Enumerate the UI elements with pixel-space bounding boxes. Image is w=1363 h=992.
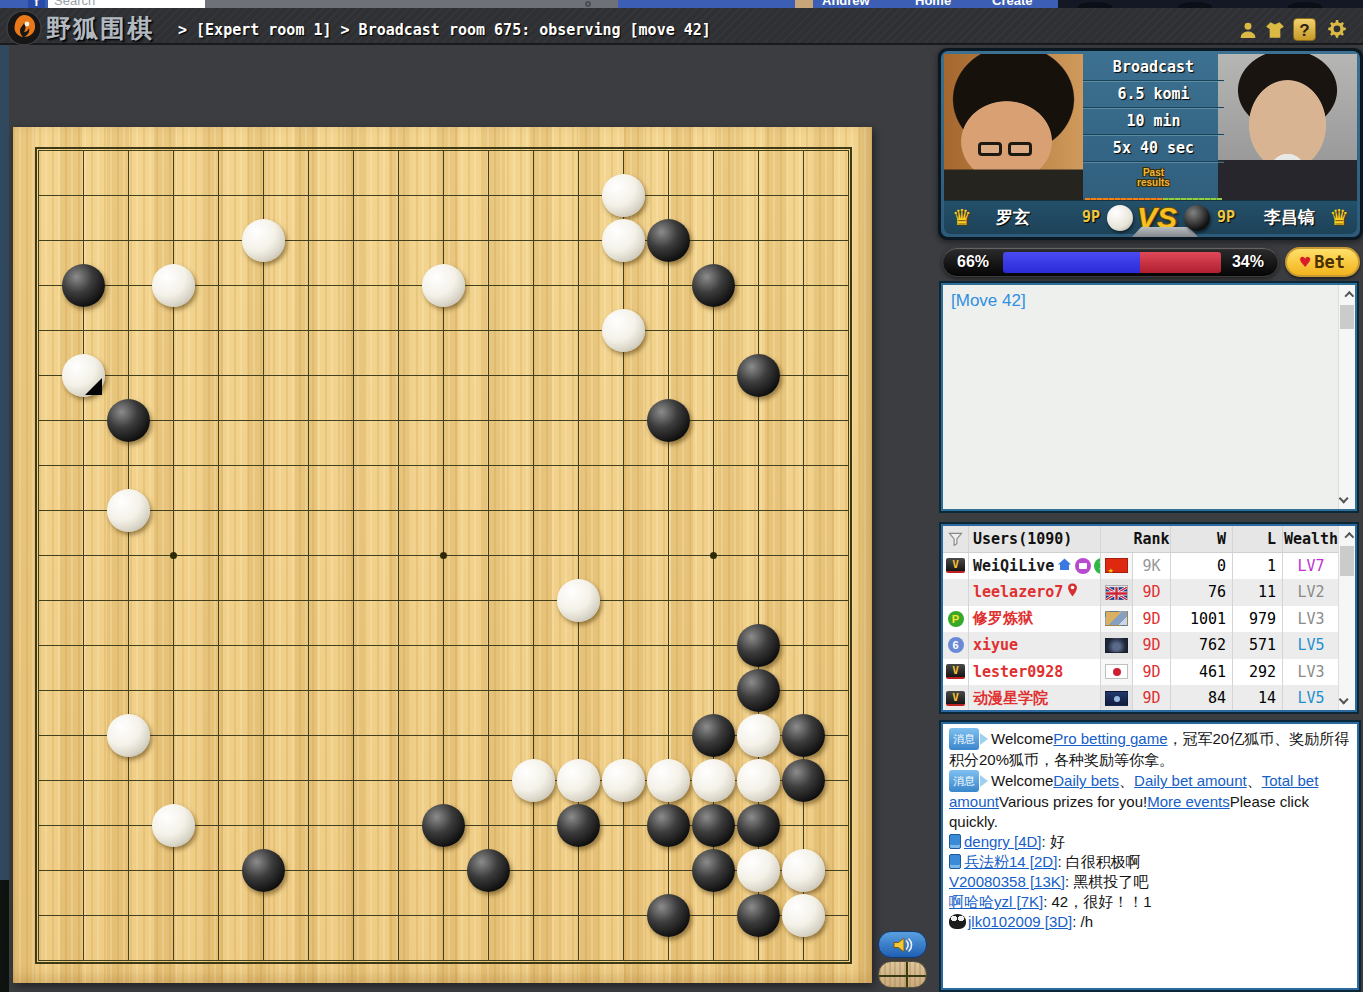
white-stone [512, 759, 555, 802]
scroll-down-icon[interactable] [1343, 696, 1351, 704]
chat-link[interactable]: Pro betting game [1053, 730, 1167, 747]
user-wins: 76 [1171, 579, 1233, 606]
info-byoyomi: 5x 40 sec [1083, 135, 1224, 162]
white-stone [782, 849, 825, 892]
badge-arrow-icon [980, 733, 988, 745]
flag-misc3-icon [1105, 691, 1128, 706]
info-main-time: 10 min [1083, 108, 1224, 135]
player-rank-black: 9P [1217, 208, 1235, 226]
user-wealth: LV5 [1283, 632, 1339, 659]
rank-header: Rank [1133, 526, 1171, 552]
info-room-type: Broadcast [1083, 54, 1224, 81]
black-stone [782, 759, 825, 802]
chat-text: 、 [1247, 772, 1262, 789]
user-wealth: LV3 [1283, 659, 1339, 686]
white-stone [107, 714, 150, 757]
black-stone [62, 264, 105, 307]
black-stone [692, 849, 735, 892]
username[interactable]: 动漫星学院 [973, 689, 1048, 708]
chat-message: jlk0102009 [3D]: /h [949, 912, 1351, 932]
white-vote-percent: 66% [957, 253, 989, 271]
filter-funnel-icon [948, 532, 963, 546]
browser-toolbar [205, 0, 618, 8]
chat-text: 、 [1119, 772, 1134, 789]
scroll-down-icon[interactable] [1343, 495, 1351, 503]
system-message-badge: 消息 [949, 728, 979, 750]
user-rank: 9D [1133, 685, 1171, 710]
white-stone [242, 219, 285, 262]
user-rank: 9D [1133, 606, 1171, 633]
chat-link[interactable]: 啊哈哈yzl [7K] [949, 893, 1043, 910]
blue-bar [1003, 252, 1140, 273]
glasses [978, 142, 1040, 158]
go-board[interactable] [13, 127, 872, 983]
red-bar [1140, 252, 1221, 273]
user-row[interactable]: VWeiQiLive★9K01LV7 [943, 553, 1339, 580]
player-name-black[interactable]: 李昌镐 [1264, 206, 1315, 229]
profile-icon[interactable] [1238, 21, 1258, 39]
star-point [440, 552, 447, 559]
white-stone [782, 894, 825, 937]
app-logo-text: 野狐围棋 [46, 12, 154, 45]
chat-text: : 白很积极啊 [1057, 853, 1140, 870]
breadcrumb: > [Expert room 1] > Broadcast room 675: … [178, 21, 711, 39]
black-stone [557, 804, 600, 847]
move-list-scrollbar[interactable] [1338, 285, 1355, 509]
chat-link[interactable]: V20080358 [13K] [949, 873, 1065, 890]
window-edge [0, 45, 9, 880]
white-stone [152, 264, 195, 307]
star-point [170, 552, 177, 559]
user-losses: 571 [1233, 632, 1283, 659]
black-stone [647, 399, 690, 442]
flag-misc2-icon [1105, 638, 1128, 653]
move-number-label: [Move 42] [951, 291, 1026, 311]
chat-link[interactable]: Daily bets [1053, 772, 1119, 789]
flag-uk-icon [1105, 585, 1128, 600]
username[interactable]: lester0928 [973, 663, 1063, 681]
settings-gear-icon[interactable] [1326, 19, 1348, 41]
window-edge-dark [0, 880, 9, 992]
shirt-icon[interactable] [1265, 21, 1285, 39]
p-badge-icon: P [948, 611, 964, 627]
white-stone [737, 759, 780, 802]
white-stone [107, 489, 150, 532]
users-header: Users(1090)RankWLWealth [943, 526, 1339, 553]
avatar[interactable] [795, 0, 813, 8]
players-panel: Broadcast 6.5 komi 10 min 5x 40 sec Past… [938, 48, 1363, 240]
black-stone [692, 804, 735, 847]
user-wealth: LV2 [1283, 579, 1339, 606]
user-rank: 9D [1133, 659, 1171, 686]
white-stone [737, 714, 780, 757]
cover-photo [1058, 0, 1363, 8]
tv-broadcaster-icon: V [946, 664, 965, 679]
chat-message: 消息WelcomePro betting game，冠军20亿狐币、奖励所得积分… [949, 728, 1351, 770]
user-rank: 9D [1133, 632, 1171, 659]
mobile-client-icon [949, 854, 961, 869]
chat-text: Various prizes for you! [999, 793, 1147, 810]
chat-message: V20080358 [13K]: 黑棋投了吧 [949, 872, 1351, 892]
white-stone [152, 804, 195, 847]
panda-avatar-icon [949, 914, 966, 929]
flag-misc1-icon [1105, 611, 1128, 626]
white-stone [422, 264, 465, 307]
black-stone [692, 264, 735, 307]
white-stone [557, 579, 600, 622]
scroll-up-icon[interactable] [1343, 532, 1351, 540]
chat-text: : 42，很好！！1 [1043, 893, 1151, 910]
wealth-header: Wealth [1283, 526, 1339, 552]
user-wins: 84 [1171, 685, 1233, 710]
white-stone [602, 219, 645, 262]
user-wealth: LV7 [1283, 553, 1339, 580]
black-stone [647, 804, 690, 847]
black-stone [737, 669, 780, 712]
user-wins: 461 [1171, 659, 1233, 686]
white-stone [647, 759, 690, 802]
game-info: Broadcast 6.5 komi 10 min 5x 40 sec Past… [1083, 54, 1224, 205]
nav-create[interactable]: Create [992, 0, 1032, 8]
scrollbar-thumb[interactable] [1340, 305, 1354, 329]
white-stone [737, 849, 780, 892]
username[interactable]: WeiQiLive [973, 557, 1054, 575]
board-settings-button[interactable] [878, 961, 927, 988]
chat-message: 消息WelcomeDaily bets、Daily bet amount、Tot… [949, 770, 1351, 832]
wins-header: W [1171, 526, 1233, 552]
badge-arrow-icon [980, 775, 988, 787]
white-stone [557, 759, 600, 802]
player-photo-left [944, 54, 1083, 205]
flag-japan-icon [1105, 664, 1128, 679]
user-row[interactable]: V动漫星学院9D8414LV5 [943, 685, 1339, 710]
losses-header: L [1233, 526, 1283, 552]
black-stone [647, 894, 690, 937]
white-stone [602, 309, 645, 352]
black-stone [737, 354, 780, 397]
star-point [710, 552, 717, 559]
tv-broadcaster-icon: V [946, 558, 965, 573]
six-badge-icon: 6 [948, 637, 964, 653]
facebook-icon[interactable]: f [28, 0, 45, 8]
user-losses: 292 [1233, 659, 1283, 686]
monitor-icon [1075, 558, 1091, 574]
user-row[interactable]: leelazero79D7611LV2 [943, 579, 1339, 606]
users-scrollbar[interactable] [1338, 526, 1355, 710]
user-wins: 762 [1171, 632, 1233, 659]
system-message-badge: 消息 [949, 770, 979, 792]
user-rank: 9D [1133, 579, 1171, 606]
speaker-icon [892, 936, 914, 954]
past-results-label[interactable]: Pastresults [1083, 168, 1224, 188]
vote-percentage-bar: 66% 34% [942, 247, 1279, 277]
crown-icon-right: ♛ [1329, 205, 1349, 231]
chat-text: : 黑棋投了吧 [1065, 873, 1148, 890]
move-list-panel: [Move 42] [941, 283, 1357, 511]
names-bar: ♛ 罗玄 9P VS 9P 李昌镐 ♛ [944, 200, 1357, 234]
scroll-up-icon[interactable] [1343, 291, 1351, 299]
help-icon[interactable]: ? [1293, 18, 1316, 41]
player-photo-right [1218, 54, 1357, 205]
browser-topbar: f Search Andrew Home Create [0, 0, 1363, 8]
chat-text: Welcome [991, 730, 1053, 747]
chat-link[interactable]: dengry [4D] [964, 833, 1042, 850]
user-losses: 979 [1233, 606, 1283, 633]
player-rank-white: 9P [1082, 208, 1100, 226]
chat-text: : /h [1072, 913, 1093, 930]
nav-user[interactable]: Andrew [822, 0, 870, 8]
flag-china-icon: ★ [1105, 558, 1128, 573]
user-wealth: LV3 [1283, 606, 1339, 633]
chat-panel: 消息WelcomePro betting game，冠军20亿狐币、奖励所得积分… [941, 722, 1359, 990]
chat-link[interactable]: More events [1147, 793, 1230, 810]
vs-pedestal [1132, 227, 1198, 237]
chat-text: : 好 [1042, 833, 1065, 850]
app-title-bar: 野狐围棋 > [Expert room 1] > Broadcast room … [0, 8, 1363, 45]
info-komi: 6.5 komi [1083, 81, 1224, 108]
white-stone [602, 759, 645, 802]
black-stone [647, 219, 690, 262]
username[interactable]: 修罗炼狱 [973, 609, 1033, 628]
tv-broadcaster-icon: V [946, 691, 965, 706]
white-stone [692, 759, 735, 802]
fox-go-client: f Search Andrew Home Create 野狐围棋 > [Expe… [0, 0, 1363, 992]
black-stone [107, 399, 150, 442]
username[interactable]: leelazero7 [973, 583, 1063, 601]
black-stone [782, 714, 825, 757]
black-stone [737, 804, 780, 847]
bet-button[interactable]: ♥Bet [1285, 247, 1360, 277]
heart-icon: ♥ [1300, 252, 1310, 272]
nav-home[interactable]: Home [915, 0, 951, 8]
chat-link[interactable]: jlk0102009 [3D] [968, 913, 1072, 930]
chat-link[interactable]: Daily bet amount [1134, 772, 1247, 789]
black-vote-percent: 34% [1232, 253, 1264, 271]
recycle-icon [1094, 558, 1101, 574]
chat-message: dengry [4D]: 好 [949, 832, 1351, 852]
chat-link[interactable]: 兵法粉14 [2D] [964, 853, 1057, 870]
chat-message: 兵法粉14 [2D]: 白很积极啊 [949, 852, 1351, 872]
house-icon [1057, 557, 1072, 575]
mobile-client-icon [949, 834, 961, 849]
sound-toggle-button[interactable] [878, 931, 927, 958]
player-name-white[interactable]: 罗玄 [996, 206, 1030, 229]
chat-text: Welcome [991, 772, 1053, 789]
black-stone [467, 849, 510, 892]
white-stone [602, 174, 645, 217]
user-wins: 1001 [1171, 606, 1233, 633]
user-wins: 0 [1171, 553, 1233, 580]
username[interactable]: xiyue [973, 636, 1018, 654]
users-panel: Users(1090)RankWLWealthVWeiQiLive★9K01LV… [941, 524, 1357, 712]
user-losses: 11 [1233, 579, 1283, 606]
white-stone-icon [1107, 205, 1133, 231]
user-losses: 14 [1233, 685, 1283, 710]
black-stone [242, 849, 285, 892]
users-count-header: Users(1090) [969, 526, 1101, 552]
user-wealth: LV5 [1283, 685, 1339, 710]
black-stone-icon [1184, 205, 1210, 231]
user-row[interactable]: Vlester09289D461292LV3 [943, 659, 1339, 686]
crown-icon-left: ♛ [952, 205, 972, 231]
black-stone [692, 714, 735, 757]
chat-message: 啊哈哈yzl [7K]: 42，很好！！1 [949, 892, 1351, 912]
black-stone [737, 624, 780, 667]
user-rank: 9K [1133, 553, 1171, 580]
user-row[interactable]: P修罗炼狱9D1001979LV3 [943, 606, 1339, 633]
white-stone [62, 354, 105, 397]
search-icon[interactable] [585, 1, 591, 7]
fox-go-logo-icon [6, 10, 42, 46]
black-stone [422, 804, 465, 847]
user-losses: 1 [1233, 553, 1283, 580]
location-pin-icon [1066, 582, 1079, 602]
user-row[interactable]: 6xiyue9D762571LV5 [943, 632, 1339, 659]
search-input[interactable]: Search [48, 0, 205, 8]
black-stone [737, 894, 780, 937]
scrollbar-thumb[interactable] [1340, 546, 1354, 576]
last-move-marker [85, 378, 102, 395]
